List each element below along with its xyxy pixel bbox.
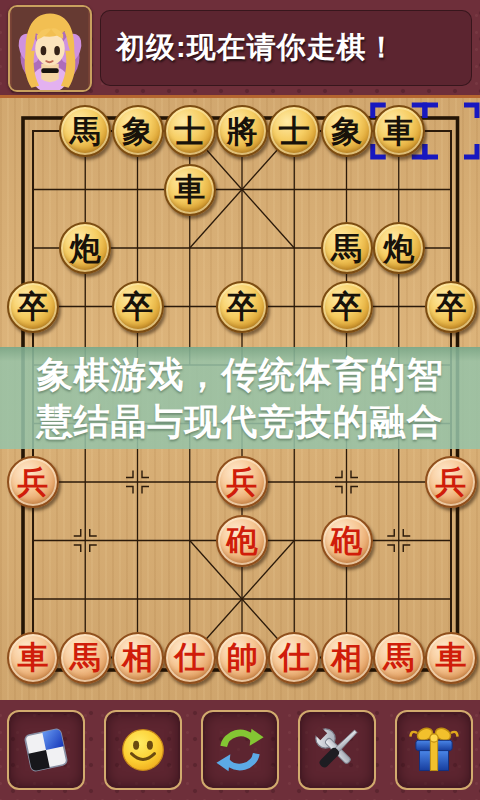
gift-button[interactable] (395, 710, 473, 790)
anime-girl-avatar-icon (10, 7, 90, 90)
opponent-avatar[interactable] (8, 5, 92, 92)
promo-line-1: 象棋游戏，传统体育的智 (0, 351, 480, 398)
piece-red-相-c6r9[interactable]: 相 (321, 632, 373, 684)
piece-black-馬-c1r0[interactable]: 馬 (59, 105, 111, 157)
piece-black-車-c7r0[interactable]: 車 (373, 105, 425, 157)
piece-black-士-c5r0[interactable]: 士 (268, 105, 320, 157)
piece-red-砲-c6r7[interactable]: 砲 (321, 515, 373, 567)
last-move-marker (464, 144, 477, 157)
piece-black-卒-c2r3[interactable]: 卒 (112, 281, 164, 333)
piece-black-卒-c0r3[interactable]: 卒 (7, 281, 59, 333)
piece-red-仕-c5r9[interactable]: 仕 (268, 632, 320, 684)
piece-black-馬-c6r2[interactable]: 馬 (321, 222, 373, 274)
piece-black-卒-c8r3[interactable]: 卒 (425, 281, 477, 333)
last-move-marker (425, 105, 438, 118)
piece-red-馬-c1r9[interactable]: 馬 (59, 632, 111, 684)
piece-red-帥-c4r9[interactable]: 帥 (216, 632, 268, 684)
toolbar (0, 700, 480, 800)
piece-black-將-c4r0[interactable]: 將 (216, 105, 268, 157)
status-message: 初级:现在请你走棋！ (116, 28, 397, 68)
restart-button[interactable] (201, 710, 279, 790)
wrench-screwdriver-icon (308, 721, 366, 779)
piece-red-砲-c4r7[interactable]: 砲 (216, 515, 268, 567)
piece-red-仕-c3r9[interactable]: 仕 (164, 632, 216, 684)
piece-red-兵-c4r6[interactable]: 兵 (216, 456, 268, 508)
piece-red-車-c8r9[interactable]: 車 (425, 632, 477, 684)
piece-black-卒-c6r3[interactable]: 卒 (321, 281, 373, 333)
emoji-button[interactable] (104, 710, 182, 790)
piece-black-卒-c4r3[interactable]: 卒 (216, 281, 268, 333)
board-skin-button[interactable] (7, 710, 85, 790)
promo-line-2: 慧结晶与现代竞技的融合 (0, 398, 480, 445)
xiangqi-app: 初级:现在请你走棋！ 馬象士將士象車車炮馬炮卒卒卒卒卒兵兵兵砲砲車馬相仕帥仕相馬… (0, 0, 480, 800)
promo-banner: 象棋游戏，传统体育的智 慧结晶与现代竞技的融合 (0, 347, 480, 449)
refresh-arrows-icon (211, 721, 269, 779)
piece-red-車-c0r9[interactable]: 車 (7, 632, 59, 684)
piece-red-兵-c0r6[interactable]: 兵 (7, 456, 59, 508)
piece-black-象-c2r0[interactable]: 象 (112, 105, 164, 157)
last-move-marker (464, 105, 477, 118)
message-bubble: 初级:现在请你走棋！ (100, 10, 472, 86)
piece-black-士-c3r0[interactable]: 士 (164, 105, 216, 157)
last-move-marker (425, 144, 438, 157)
smiley-icon (114, 721, 172, 779)
piece-black-象-c6r0[interactable]: 象 (321, 105, 373, 157)
piece-red-兵-c8r6[interactable]: 兵 (425, 456, 477, 508)
gift-box-icon (405, 721, 463, 779)
piece-red-馬-c7r9[interactable]: 馬 (373, 632, 425, 684)
checkerboard-icon (17, 721, 75, 779)
status-bar: 初级:现在请你走棋！ (0, 0, 480, 95)
piece-black-炮-c1r2[interactable]: 炮 (59, 222, 111, 274)
piece-black-車-c3r1[interactable]: 車 (164, 164, 216, 216)
settings-button[interactable] (298, 710, 376, 790)
piece-red-相-c2r9[interactable]: 相 (112, 632, 164, 684)
piece-black-炮-c7r2[interactable]: 炮 (373, 222, 425, 274)
